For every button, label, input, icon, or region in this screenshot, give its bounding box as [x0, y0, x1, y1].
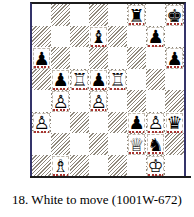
- white-pawn-d4: ♙: [89, 92, 108, 111]
- square-c7: [70, 26, 89, 48]
- square-f7: [127, 26, 146, 48]
- piece-base-mark-f8: [129, 23, 144, 25]
- square-e4: [108, 90, 127, 112]
- square-a3: ♙: [32, 112, 51, 134]
- piece-base-mark-d7: [91, 45, 106, 47]
- piece-base-mark-h6: [167, 66, 182, 68]
- square-g6: [146, 47, 165, 69]
- square-g4: [146, 90, 165, 112]
- square-c8: [70, 4, 89, 26]
- piece-base-mark-g2: [148, 152, 163, 154]
- square-b5: ♟: [51, 69, 70, 91]
- square-g8: [146, 4, 165, 26]
- square-e8: [108, 4, 127, 26]
- piece-base-mark-h3: [167, 131, 182, 133]
- piece-base-mark-b1: [53, 174, 68, 176]
- square-h2: [165, 133, 184, 155]
- board-bottom-rule: [30, 176, 191, 178]
- chess-diagram: ♜♚♝♟♟♟♟♖♟♖♙♙♙♟♙♛♕♞♗♔ 18. White to move (…: [0, 0, 194, 217]
- piece-base-mark-f2: [129, 152, 144, 154]
- square-d8: [89, 4, 108, 26]
- square-f2: ♕: [127, 133, 146, 155]
- black-pawn-h6: ♟: [165, 49, 184, 68]
- square-a2: [32, 133, 51, 155]
- square-f3: ♟: [127, 112, 146, 134]
- piece-base-mark-b5: [53, 88, 68, 90]
- black-rook-f8: ♜: [127, 6, 146, 25]
- white-pawn-a3: ♙: [32, 113, 51, 132]
- square-g1: ♔: [146, 155, 165, 177]
- square-d6: [89, 47, 108, 69]
- square-a8: [32, 4, 51, 26]
- square-g5: [146, 69, 165, 91]
- white-pawn-b4: ♙: [51, 92, 70, 111]
- black-pawn-f3: ♟: [127, 113, 146, 132]
- square-h8: ♚: [165, 4, 184, 26]
- square-c2: [70, 133, 89, 155]
- square-b6: [51, 47, 70, 69]
- black-pawn-b5: ♟: [51, 70, 70, 89]
- square-a7: [32, 26, 51, 48]
- square-f6: [127, 47, 146, 69]
- square-b3: [51, 112, 70, 134]
- piece-base-mark-e5: [110, 88, 125, 90]
- square-g7: ♟: [146, 26, 165, 48]
- square-b7: [51, 26, 70, 48]
- piece-base-mark-h8: [167, 23, 182, 25]
- black-pawn-g7: ♟: [146, 27, 165, 46]
- square-a4: [32, 90, 51, 112]
- square-e6: [108, 47, 127, 69]
- piece-base-mark-a6: [34, 66, 49, 68]
- diagram-caption: 18. White to move (1001W-672): [0, 191, 194, 208]
- square-g2: ♞: [146, 133, 165, 155]
- black-pawn-d5: ♟: [89, 70, 108, 89]
- square-c5: ♖: [70, 69, 89, 91]
- square-a6: ♟: [32, 47, 51, 69]
- white-pawn-g3: ♙: [146, 113, 165, 132]
- square-h5: [165, 69, 184, 91]
- square-f8: ♜: [127, 4, 146, 26]
- chess-board-frame: ♜♚♝♟♟♟♟♖♟♖♙♙♙♟♙♛♕♞♗♔: [30, 2, 186, 176]
- square-d7: ♝: [89, 26, 108, 48]
- piece-base-mark-b4: [53, 109, 68, 111]
- square-e5: ♖: [108, 69, 127, 91]
- square-a1: [32, 155, 51, 177]
- square-b2: [51, 133, 70, 155]
- piece-base-mark-f3: [129, 131, 144, 133]
- square-c1: [70, 155, 89, 177]
- white-king-g1: ♔: [146, 156, 165, 175]
- square-b8: [51, 4, 70, 26]
- piece-base-mark-g1: [148, 174, 163, 176]
- square-e7: [108, 26, 127, 48]
- white-bishop-b1: ♗: [51, 156, 70, 175]
- square-e1: [108, 155, 127, 177]
- black-knight-g2: ♞: [146, 135, 165, 154]
- black-bishop-d7: ♝: [89, 27, 108, 46]
- square-f5: [127, 69, 146, 91]
- piece-base-mark-c5: [72, 88, 87, 90]
- square-d1: [89, 155, 108, 177]
- square-c6: [70, 47, 89, 69]
- white-rook-e5: ♖: [108, 70, 127, 89]
- square-a5: [32, 69, 51, 91]
- square-e3: [108, 112, 127, 134]
- white-queen-f2: ♕: [127, 135, 146, 154]
- white-rook-c5: ♖: [70, 70, 89, 89]
- chess-board: ♜♚♝♟♟♟♟♖♟♖♙♙♙♟♙♛♕♞♗♔: [32, 4, 184, 176]
- black-pawn-a6: ♟: [32, 49, 51, 68]
- square-c3: [70, 112, 89, 134]
- square-c4: [70, 90, 89, 112]
- black-queen-h3: ♛: [165, 113, 184, 132]
- square-h7: [165, 26, 184, 48]
- square-h3: ♛: [165, 112, 184, 134]
- square-e2: [108, 133, 127, 155]
- square-b4: ♙: [51, 90, 70, 112]
- piece-base-mark-d5: [91, 88, 106, 90]
- square-d4: ♙: [89, 90, 108, 112]
- piece-base-mark-g3: [148, 131, 163, 133]
- square-b1: ♗: [51, 155, 70, 177]
- square-d3: [89, 112, 108, 134]
- piece-base-mark-a3: [34, 131, 49, 133]
- piece-base-mark-g7: [148, 45, 163, 47]
- square-g3: ♙: [146, 112, 165, 134]
- square-f4: [127, 90, 146, 112]
- square-h1: [165, 155, 184, 177]
- square-h6: ♟: [165, 47, 184, 69]
- black-king-h8: ♚: [165, 6, 184, 25]
- piece-base-mark-d4: [91, 109, 106, 111]
- square-d2: [89, 133, 108, 155]
- square-h4: [165, 90, 184, 112]
- square-d5: ♟: [89, 69, 108, 91]
- square-f1: [127, 155, 146, 177]
